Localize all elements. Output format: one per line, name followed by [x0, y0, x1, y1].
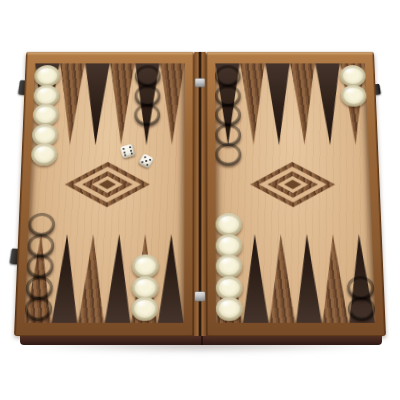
checker-dark-point-19[interactable]: [215, 124, 241, 146]
left-playing-field: [25, 63, 185, 322]
checker-dark-point-17[interactable]: [134, 104, 160, 126]
point-18[interactable]: [159, 63, 185, 145]
hinge-icon: [195, 79, 204, 87]
checker-dark-point-19[interactable]: [215, 104, 241, 126]
die-pip: [130, 152, 132, 154]
checker-dark-point-12[interactable]: [27, 234, 54, 257]
die-pip: [123, 150, 125, 152]
product-photo: [0, 0, 400, 400]
point-14[interactable]: [57, 63, 85, 145]
backgammon-board: [14, 52, 386, 336]
point-15[interactable]: [83, 63, 110, 145]
die-1[interactable]: [120, 143, 135, 158]
hinge-icon: [195, 292, 205, 301]
checker-ivory-point-13[interactable]: [31, 124, 58, 146]
board-left-half: [14, 52, 194, 336]
checker-dark-point-12[interactable]: [26, 254, 53, 278]
point-7[interactable]: [157, 234, 184, 323]
checker-dark-point-12[interactable]: [28, 213, 55, 236]
checker-dark-point-1[interactable]: [348, 297, 376, 321]
checker-ivory-point-6[interactable]: [215, 234, 242, 257]
checker-ivory-point-8[interactable]: [131, 297, 158, 321]
point-20[interactable]: [240, 63, 266, 145]
diamond-inlay: [250, 162, 336, 207]
die-pip: [122, 148, 124, 150]
checker-dark-point-19[interactable]: [215, 143, 241, 165]
diamond-inlay: [64, 162, 150, 207]
point-2[interactable]: [320, 234, 349, 323]
checker-ivory-point-13[interactable]: [34, 65, 60, 87]
point-16[interactable]: [108, 63, 135, 145]
die-pip: [144, 156, 147, 159]
die-pip: [141, 161, 144, 164]
right-playing-field: [215, 63, 375, 322]
point-3[interactable]: [294, 234, 323, 323]
checker-ivory-point-8[interactable]: [131, 254, 158, 278]
die-pip: [129, 149, 131, 151]
checker-dark-point-1[interactable]: [347, 276, 375, 300]
die-pip: [124, 153, 126, 155]
die-pip: [145, 160, 148, 163]
checker-dark-point-12[interactable]: [25, 276, 53, 300]
checker-dark-point-17[interactable]: [134, 65, 160, 87]
point-21[interactable]: [265, 63, 292, 145]
checker-ivory-point-13[interactable]: [32, 104, 58, 126]
hinge-gap: [194, 52, 206, 336]
checker-ivory-point-6[interactable]: [215, 213, 241, 236]
point-22[interactable]: [290, 63, 317, 145]
point-10[interactable]: [78, 234, 107, 323]
die-pip: [146, 163, 149, 166]
die-pip: [149, 159, 152, 162]
checker-ivory-point-6[interactable]: [216, 297, 243, 321]
checker-ivory-point-13[interactable]: [31, 143, 58, 165]
checker-ivory-point-6[interactable]: [216, 254, 243, 278]
checker-ivory-point-6[interactable]: [216, 276, 243, 300]
checker-ivory-point-8[interactable]: [131, 276, 158, 300]
point-11[interactable]: [51, 234, 80, 323]
board-right-half: [206, 52, 386, 336]
checker-ivory-point-24[interactable]: [341, 84, 367, 106]
point-9[interactable]: [104, 234, 132, 323]
point-23[interactable]: [315, 63, 343, 145]
point-5[interactable]: [242, 234, 269, 323]
scene: [14, 36, 386, 336]
point-4[interactable]: [268, 234, 296, 323]
checker-dark-point-19[interactable]: [215, 65, 240, 87]
checker-ivory-point-24[interactable]: [340, 65, 366, 87]
die-pip: [128, 146, 130, 148]
